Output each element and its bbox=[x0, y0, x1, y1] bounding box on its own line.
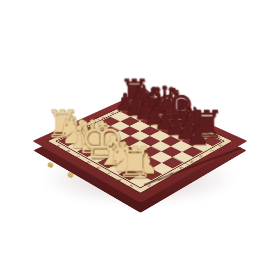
coordinate-label: e bbox=[184, 121, 189, 124]
coordinate-label: a bbox=[56, 144, 62, 147]
coordinate-label: 6 bbox=[198, 155, 204, 158]
coordinate-label: f bbox=[195, 126, 199, 128]
coordinate-label: h bbox=[128, 184, 134, 188]
coordinate-label: e bbox=[96, 166, 102, 169]
coordinate-label: 6 bbox=[110, 112, 115, 115]
coordinate-label: 5 bbox=[100, 117, 106, 120]
coordinate-label: 4 bbox=[89, 121, 95, 124]
coordinate-label: c bbox=[76, 155, 82, 158]
coordinate-label: 7 bbox=[120, 108, 125, 111]
coordinate-label: 3 bbox=[79, 126, 85, 129]
coordinate-label: b bbox=[66, 149, 72, 152]
coordinate-label: h bbox=[216, 136, 222, 139]
coordinate-label: a bbox=[144, 103, 149, 105]
coordinate-label: 5 bbox=[188, 160, 194, 163]
coordinate-label: 8 bbox=[129, 103, 134, 105]
coordinate-label: b bbox=[154, 108, 159, 111]
coordinate-label: 8 bbox=[217, 144, 223, 147]
coordinate-label: d bbox=[86, 160, 92, 163]
coordinate-label: 2 bbox=[68, 131, 74, 134]
coordinate-label: c bbox=[164, 112, 169, 114]
coordinate-label: 1 bbox=[146, 184, 152, 188]
coordinate-label: f bbox=[106, 172, 111, 175]
coordinate-label: g bbox=[205, 131, 211, 134]
coordinate-label: 7 bbox=[208, 149, 214, 152]
coordinate-label: 1 bbox=[57, 136, 63, 139]
chess-set-product-photo[interactable]: aa88bb77cc66dd55ee44ff33gg22hh11 ♜♞♝♛♚♝♞… bbox=[0, 0, 272, 272]
coordinate-label: d bbox=[174, 117, 179, 120]
coordinate-label: g bbox=[117, 178, 123, 181]
